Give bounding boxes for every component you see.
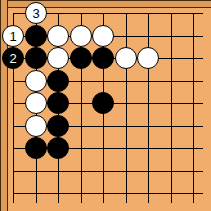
stone-white (115, 47, 137, 69)
stone-white (25, 92, 47, 114)
stone-white (47, 47, 69, 69)
grid-vertical-line (126, 13, 127, 203)
stone-black (47, 70, 69, 92)
stone-black (92, 92, 114, 114)
grid-vertical-line (148, 13, 149, 203)
stone-white (25, 115, 47, 137)
stone-black (47, 115, 69, 137)
stone-white (137, 47, 159, 69)
move-3-stone-white: 3 (25, 2, 47, 24)
stone-black (47, 92, 69, 114)
stone-white (70, 25, 92, 47)
grid-horizontal-line (13, 171, 203, 172)
grid-vertical-line (193, 13, 194, 203)
stone-white (25, 70, 47, 92)
stone-black (92, 47, 114, 69)
move-number-label: 1 (9, 30, 16, 43)
move-number-label: 2 (9, 52, 16, 65)
stone-black (25, 137, 47, 159)
stone-black (25, 47, 47, 69)
move-2-stone-black: 2 (2, 47, 24, 69)
grid-horizontal-line (13, 193, 203, 194)
stone-white (92, 25, 114, 47)
move-1-stone-white: 1 (2, 25, 24, 47)
grid-vertical-line (171, 13, 172, 203)
stone-black (47, 137, 69, 159)
go-board-diagram: 312 (0, 0, 211, 211)
stone-black (70, 47, 92, 69)
stone-black (25, 25, 47, 47)
stone-white (47, 25, 69, 47)
move-number-label: 3 (32, 7, 39, 20)
